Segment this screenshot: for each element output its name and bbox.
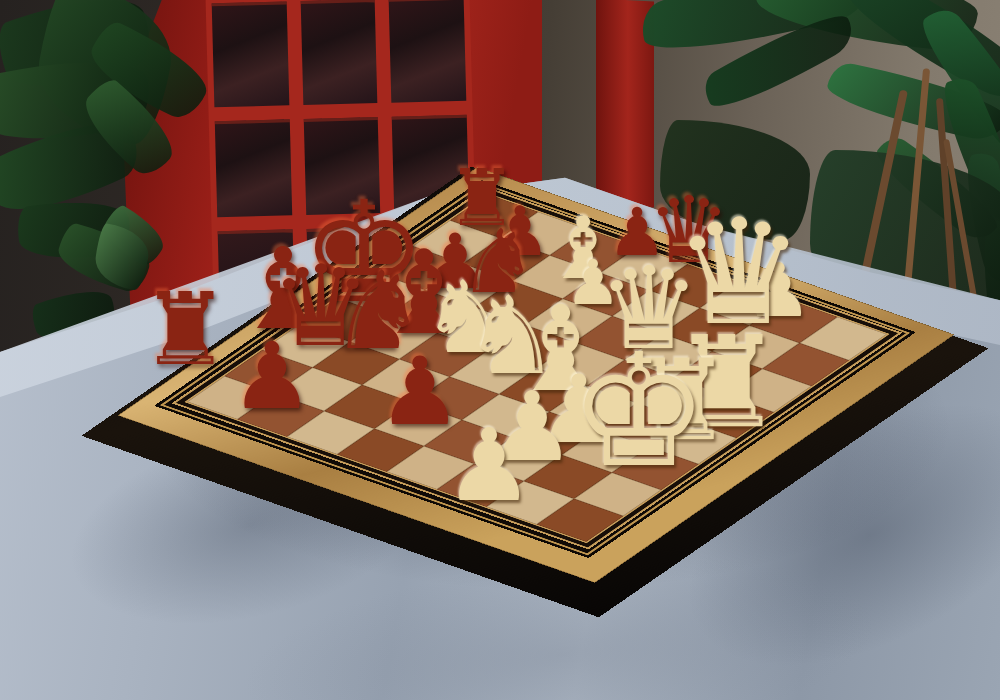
piece-red-rook-a1[interactable]: ♜ (140, 280, 230, 380)
cabinet-glass-pane (389, 0, 466, 103)
photo-scene: ♜♟♝♛♞♚♝♟♟♞♜♟♟♛♝♟♞♞♝♛♛♚♜♜♟♟♟♟ (0, 0, 1000, 700)
cabinet-corner-post (596, 0, 654, 208)
cabinet-glass-pane (212, 1, 289, 107)
piece-red-pawn-b1[interactable]: ♟ (231, 331, 313, 423)
cabinet-glass-pane (215, 119, 292, 217)
cabinet-glass-pane (300, 0, 377, 105)
piece-cream-pawn-f1[interactable]: ♟ (444, 416, 534, 516)
piece-cream-king-h3[interactable]: ♚ (569, 333, 709, 489)
